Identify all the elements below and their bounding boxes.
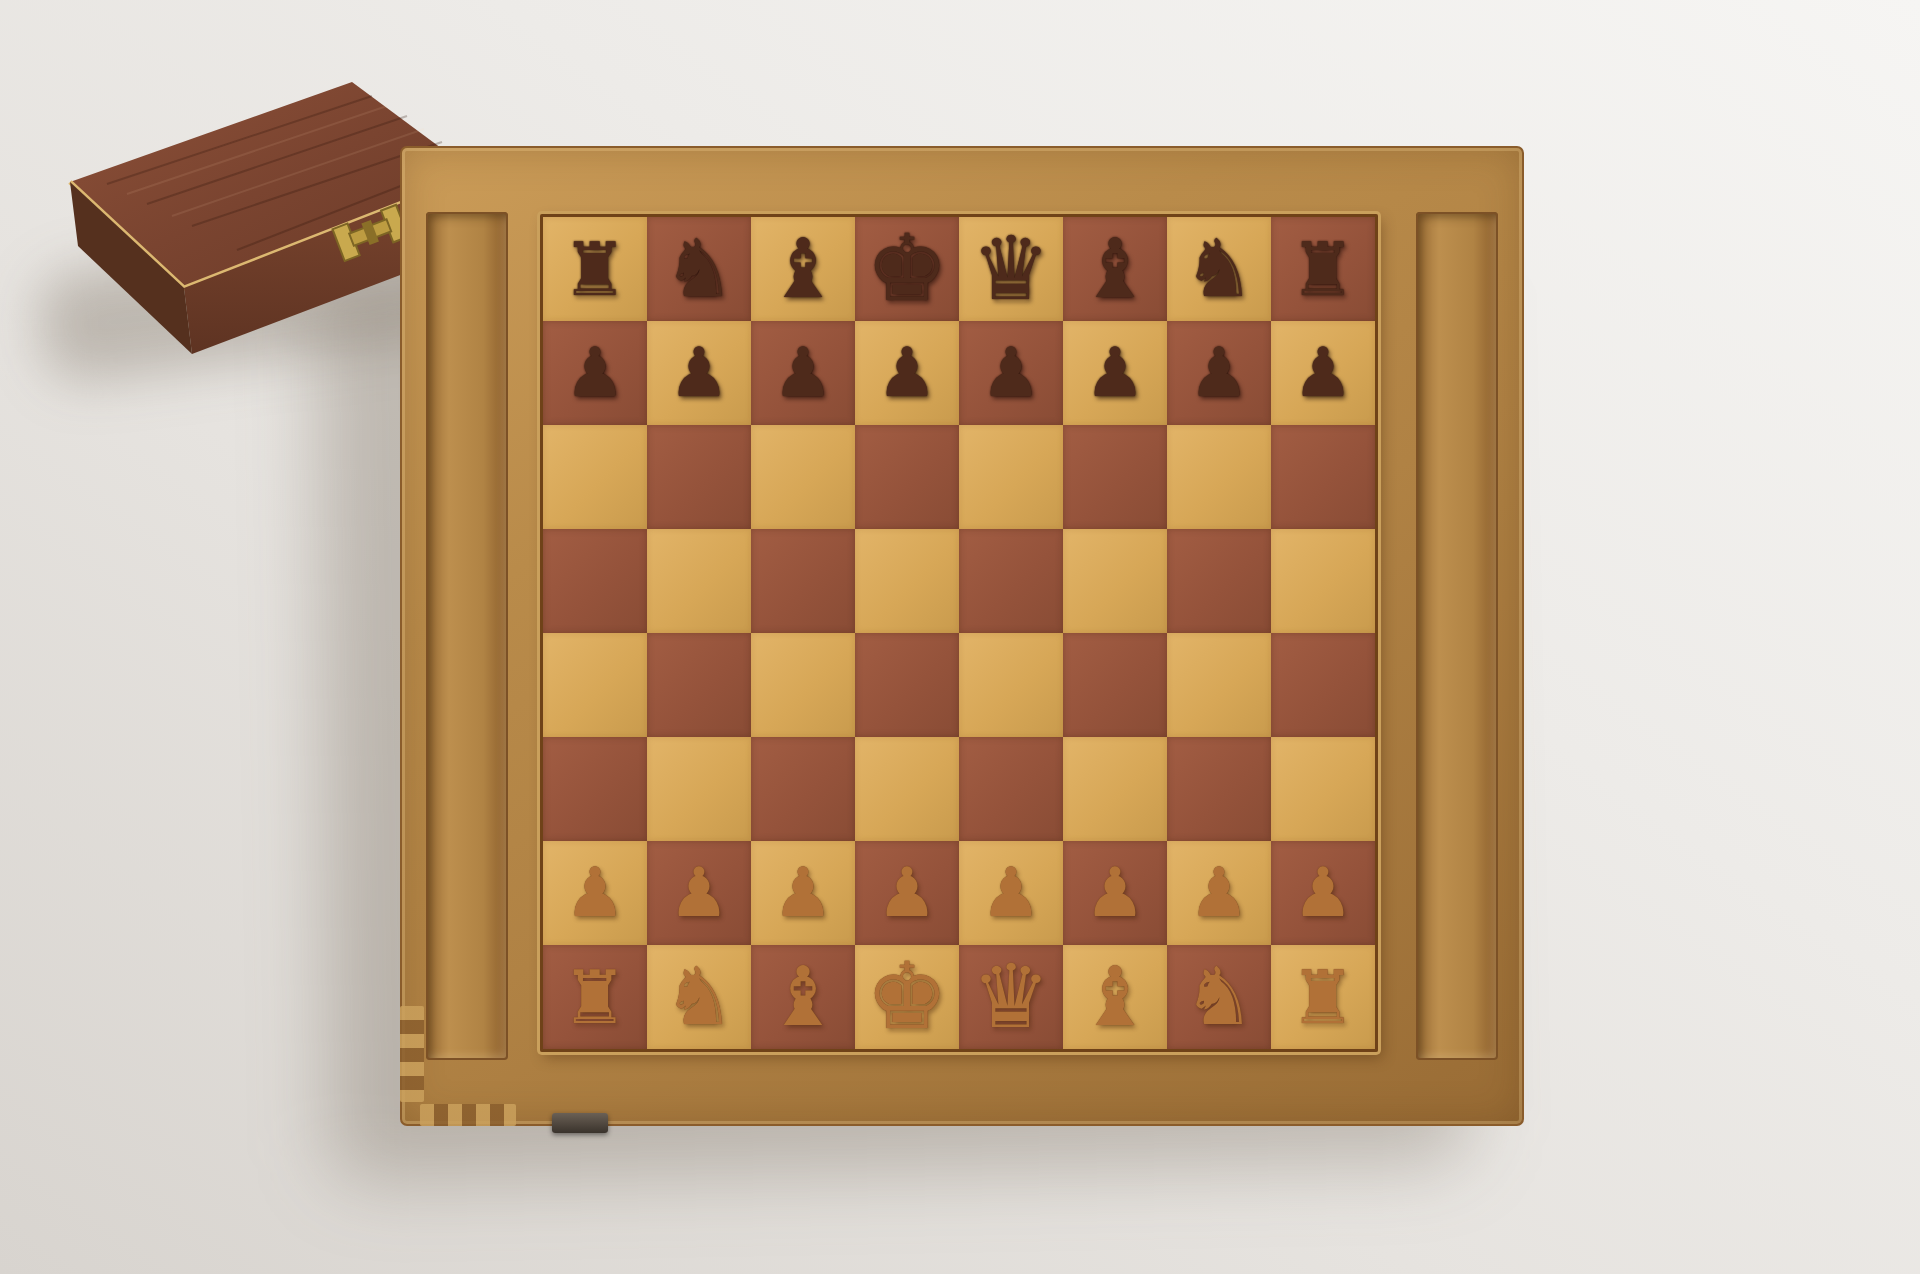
square-c5[interactable] xyxy=(751,529,855,633)
square-d2[interactable]: ♟ xyxy=(855,841,959,945)
dark-rook[interactable]: ♜ xyxy=(543,217,647,321)
square-h2[interactable]: ♟ xyxy=(1271,841,1375,945)
right-piece-tray xyxy=(1416,212,1498,1060)
square-b4[interactable] xyxy=(647,633,751,737)
square-f7[interactable]: ♟ xyxy=(1063,321,1167,425)
square-c1[interactable]: ♝ xyxy=(751,945,855,1049)
photo-background: ♜♞♝♚♛♝♞♜♟♟♟♟♟♟♟♟♟♟♟♟♟♟♟♟♜♞♝♚♛♝♞♜ xyxy=(0,0,1920,1274)
corner-finger-joints-side xyxy=(400,1006,424,1102)
square-f4[interactable] xyxy=(1063,633,1167,737)
square-e3[interactable] xyxy=(959,737,1063,841)
square-g4[interactable] xyxy=(1167,633,1271,737)
dark-queen[interactable]: ♛ xyxy=(959,217,1063,321)
square-b6[interactable] xyxy=(647,425,751,529)
light-pawn[interactable]: ♟ xyxy=(959,841,1063,945)
dark-pawn[interactable]: ♟ xyxy=(751,321,855,425)
square-c3[interactable] xyxy=(751,737,855,841)
square-h5[interactable] xyxy=(1271,529,1375,633)
square-f3[interactable] xyxy=(1063,737,1167,841)
dark-pawn[interactable]: ♟ xyxy=(959,321,1063,425)
square-d6[interactable] xyxy=(855,425,959,529)
square-e1[interactable]: ♛ xyxy=(959,945,1063,1049)
light-bishop[interactable]: ♝ xyxy=(751,945,855,1049)
square-e7[interactable]: ♟ xyxy=(959,321,1063,425)
square-a4[interactable] xyxy=(543,633,647,737)
dark-pawn[interactable]: ♟ xyxy=(1167,321,1271,425)
square-a5[interactable] xyxy=(543,529,647,633)
square-h3[interactable] xyxy=(1271,737,1375,841)
square-f2[interactable]: ♟ xyxy=(1063,841,1167,945)
square-f6[interactable] xyxy=(1063,425,1167,529)
square-b3[interactable] xyxy=(647,737,751,841)
light-bishop[interactable]: ♝ xyxy=(1063,945,1167,1049)
dark-pawn[interactable]: ♟ xyxy=(647,321,751,425)
corner-finger-joints-bottom xyxy=(420,1104,516,1126)
square-c4[interactable] xyxy=(751,633,855,737)
square-d8[interactable]: ♚ xyxy=(855,217,959,321)
dark-pawn[interactable]: ♟ xyxy=(855,321,959,425)
dark-bishop[interactable]: ♝ xyxy=(751,217,855,321)
square-a6[interactable] xyxy=(543,425,647,529)
square-b2[interactable]: ♟ xyxy=(647,841,751,945)
square-e2[interactable]: ♟ xyxy=(959,841,1063,945)
light-queen[interactable]: ♛ xyxy=(959,945,1063,1049)
square-d5[interactable] xyxy=(855,529,959,633)
square-e8[interactable]: ♛ xyxy=(959,217,1063,321)
board-grid: ♜♞♝♚♛♝♞♜♟♟♟♟♟♟♟♟♟♟♟♟♟♟♟♟♜♞♝♚♛♝♞♜ xyxy=(543,217,1375,1049)
square-f1[interactable]: ♝ xyxy=(1063,945,1167,1049)
square-c6[interactable] xyxy=(751,425,855,529)
square-a8[interactable]: ♜ xyxy=(543,217,647,321)
dark-king[interactable]: ♚ xyxy=(855,217,959,321)
square-g5[interactable] xyxy=(1167,529,1271,633)
square-h6[interactable] xyxy=(1271,425,1375,529)
square-g8[interactable]: ♞ xyxy=(1167,217,1271,321)
square-c2[interactable]: ♟ xyxy=(751,841,855,945)
square-f8[interactable]: ♝ xyxy=(1063,217,1167,321)
square-e5[interactable] xyxy=(959,529,1063,633)
square-e4[interactable] xyxy=(959,633,1063,737)
square-d4[interactable] xyxy=(855,633,959,737)
dark-knight[interactable]: ♞ xyxy=(647,217,751,321)
square-b5[interactable] xyxy=(647,529,751,633)
square-b1[interactable]: ♞ xyxy=(647,945,751,1049)
board-inner-frame: ♜♞♝♚♛♝♞♜♟♟♟♟♟♟♟♟♟♟♟♟♟♟♟♟♜♞♝♚♛♝♞♜ xyxy=(540,214,1378,1052)
light-pawn[interactable]: ♟ xyxy=(1063,841,1167,945)
square-h8[interactable]: ♜ xyxy=(1271,217,1375,321)
square-a1[interactable]: ♜ xyxy=(543,945,647,1049)
square-d7[interactable]: ♟ xyxy=(855,321,959,425)
square-b8[interactable]: ♞ xyxy=(647,217,751,321)
chessboard: ♜♞♝♚♛♝♞♜♟♟♟♟♟♟♟♟♟♟♟♟♟♟♟♟♜♞♝♚♛♝♞♜ xyxy=(400,146,1524,1126)
square-h7[interactable]: ♟ xyxy=(1271,321,1375,425)
dark-pawn[interactable]: ♟ xyxy=(1063,321,1167,425)
dark-pawn[interactable]: ♟ xyxy=(543,321,647,425)
square-b7[interactable]: ♟ xyxy=(647,321,751,425)
square-e6[interactable] xyxy=(959,425,1063,529)
square-a7[interactable]: ♟ xyxy=(543,321,647,425)
left-piece-tray xyxy=(426,212,508,1060)
light-pawn[interactable]: ♟ xyxy=(751,841,855,945)
square-a3[interactable] xyxy=(543,737,647,841)
light-pawn[interactable]: ♟ xyxy=(543,841,647,945)
square-c7[interactable]: ♟ xyxy=(751,321,855,425)
light-rook[interactable]: ♜ xyxy=(543,945,647,1049)
square-a2[interactable]: ♟ xyxy=(543,841,647,945)
light-pawn[interactable]: ♟ xyxy=(1271,841,1375,945)
light-pawn[interactable]: ♟ xyxy=(1167,841,1271,945)
square-h4[interactable] xyxy=(1271,633,1375,737)
dark-knight[interactable]: ♞ xyxy=(1167,217,1271,321)
square-g7[interactable]: ♟ xyxy=(1167,321,1271,425)
square-f5[interactable] xyxy=(1063,529,1167,633)
square-g3[interactable] xyxy=(1167,737,1271,841)
light-rook[interactable]: ♜ xyxy=(1271,945,1375,1049)
square-d1[interactable]: ♚ xyxy=(855,945,959,1049)
light-pawn[interactable]: ♟ xyxy=(855,841,959,945)
light-pawn[interactable]: ♟ xyxy=(647,841,751,945)
square-h1[interactable]: ♜ xyxy=(1271,945,1375,1049)
square-g1[interactable]: ♞ xyxy=(1167,945,1271,1049)
light-king[interactable]: ♚ xyxy=(855,945,959,1049)
dark-rook[interactable]: ♜ xyxy=(1271,217,1375,321)
dark-pawn[interactable]: ♟ xyxy=(1271,321,1375,425)
board-clasp xyxy=(552,1113,608,1133)
square-c8[interactable]: ♝ xyxy=(751,217,855,321)
light-knight[interactable]: ♞ xyxy=(647,945,751,1049)
square-g2[interactable]: ♟ xyxy=(1167,841,1271,945)
dark-bishop[interactable]: ♝ xyxy=(1063,217,1167,321)
square-d3[interactable] xyxy=(855,737,959,841)
light-knight[interactable]: ♞ xyxy=(1167,945,1271,1049)
square-g6[interactable] xyxy=(1167,425,1271,529)
